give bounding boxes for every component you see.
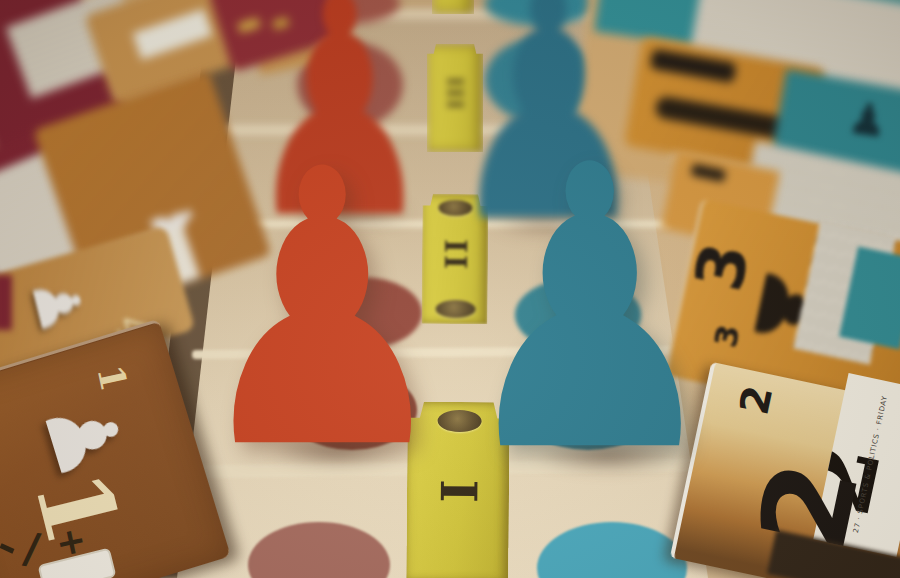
board-game-photo: III II I ♟ ♟ 4 1 ♟ 1 / + [0,0,900,578]
card-maroon-sliver [0,275,12,330]
teal-pawn-glyph: ♟ [453,154,726,466]
red-pawn-glyph: ♟ [189,159,455,463]
blurred-glyph-row [650,49,737,83]
paper-strip [133,9,213,60]
pawn-mark-icon: ♟ [845,95,890,144]
teal-pawn-front[interactable]: ♟ [492,220,687,466]
red-pawn-front[interactable]: ♟ [227,225,417,463]
